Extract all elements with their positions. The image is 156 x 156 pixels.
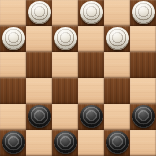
black-piece[interactable] (54, 131, 77, 154)
dark-square-r2c1[interactable] (26, 52, 52, 78)
light-square-r3c5 (130, 78, 156, 104)
white-piece[interactable] (2, 27, 25, 50)
checkers-board (0, 0, 156, 156)
dark-square-r0c5[interactable] (130, 0, 156, 26)
light-square-r5c5 (130, 130, 156, 156)
black-piece[interactable] (106, 131, 129, 154)
dark-square-r5c2[interactable] (52, 130, 78, 156)
light-square-r5c1 (26, 130, 52, 156)
light-square-r1c1 (26, 26, 52, 52)
light-square-r3c1 (26, 78, 52, 104)
light-square-r0c4 (104, 0, 130, 26)
dark-square-r4c1[interactable] (26, 104, 52, 130)
light-square-r0c0 (0, 0, 26, 26)
white-piece[interactable] (80, 1, 103, 24)
light-square-r2c4 (104, 52, 130, 78)
light-square-r4c2 (52, 104, 78, 130)
light-square-r1c5 (130, 26, 156, 52)
light-square-r4c0 (0, 104, 26, 130)
white-piece[interactable] (132, 1, 155, 24)
black-piece[interactable] (2, 131, 25, 154)
dark-square-r3c0[interactable] (0, 78, 26, 104)
black-piece[interactable] (132, 105, 155, 128)
light-square-r1c3 (78, 26, 104, 52)
light-square-r0c2 (52, 0, 78, 26)
light-square-r2c0 (0, 52, 26, 78)
light-square-r4c4 (104, 104, 130, 130)
dark-square-r5c0[interactable] (0, 130, 26, 156)
dark-square-r1c4[interactable] (104, 26, 130, 52)
dark-square-r5c4[interactable] (104, 130, 130, 156)
dark-square-r2c5[interactable] (130, 52, 156, 78)
white-piece[interactable] (106, 27, 129, 50)
dark-square-r3c2[interactable] (52, 78, 78, 104)
dark-square-r3c4[interactable] (104, 78, 130, 104)
dark-square-r1c2[interactable] (52, 26, 78, 52)
white-piece[interactable] (28, 1, 51, 24)
dark-square-r2c3[interactable] (78, 52, 104, 78)
dark-square-r0c3[interactable] (78, 0, 104, 26)
dark-square-r1c0[interactable] (0, 26, 26, 52)
white-piece[interactable] (54, 27, 77, 50)
dark-square-r0c1[interactable] (26, 0, 52, 26)
light-square-r2c2 (52, 52, 78, 78)
black-piece[interactable] (80, 105, 103, 128)
dark-square-r4c3[interactable] (78, 104, 104, 130)
light-square-r3c3 (78, 78, 104, 104)
black-piece[interactable] (28, 105, 51, 128)
dark-square-r4c5[interactable] (130, 104, 156, 130)
light-square-r5c3 (78, 130, 104, 156)
